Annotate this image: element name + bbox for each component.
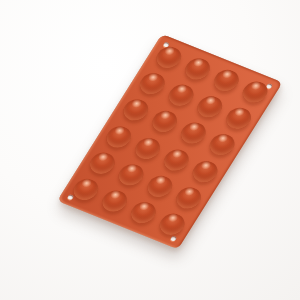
mold-sheet xyxy=(57,34,282,249)
cavity-dome xyxy=(238,78,272,106)
cavity-dome xyxy=(205,131,239,159)
cavity-dome xyxy=(222,105,256,133)
cavity-grid xyxy=(63,39,278,244)
cavity-dome xyxy=(155,210,189,238)
cavity-dome xyxy=(189,157,223,185)
photo-background xyxy=(0,0,300,300)
cavity-dome xyxy=(172,184,206,212)
